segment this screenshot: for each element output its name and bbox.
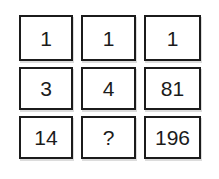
cell-r2c1: 3 bbox=[19, 67, 73, 110]
cell-r2c2: 4 bbox=[81, 67, 136, 110]
puzzle-grid: 1 1 1 3 4 81 14 ? 196 bbox=[19, 15, 201, 159]
cell-r1c2: 1 bbox=[81, 15, 136, 61]
cell-r3c1: 14 bbox=[19, 116, 73, 159]
cell-r3c2-unknown: ? bbox=[81, 116, 136, 159]
cell-r3c3: 196 bbox=[144, 116, 201, 159]
cell-r1c1: 1 bbox=[19, 15, 73, 61]
puzzle-canvas: 1 1 1 3 4 81 14 ? 196 bbox=[0, 0, 219, 179]
cell-r2c3: 81 bbox=[144, 67, 201, 110]
cell-r1c3: 1 bbox=[144, 15, 201, 61]
